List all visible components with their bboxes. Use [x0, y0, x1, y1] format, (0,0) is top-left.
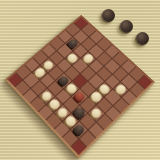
tablut-board[interactable] — [5, 15, 155, 158]
board-wrap — [5, 15, 155, 158]
tablut-photo-scene — [0, 0, 160, 160]
captured-dark-piece[interactable] — [136, 32, 149, 45]
captured-dark-piece[interactable] — [102, 9, 115, 22]
captured-dark-piece[interactable] — [120, 20, 133, 33]
